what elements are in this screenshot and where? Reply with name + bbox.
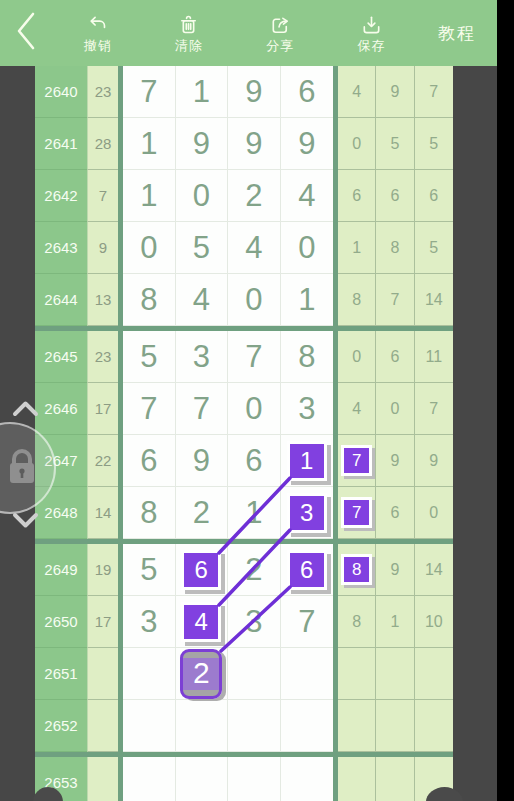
digit-cell-2644-d2[interactable]: 4 — [176, 274, 229, 326]
digit-cell-2646-d2[interactable]: 7 — [176, 383, 229, 435]
trend-table: 2640237196497264128199905526427102466626… — [35, 66, 453, 801]
digit-cell-2649-d2[interactable]: 6 — [176, 544, 229, 596]
digit-cell-2652-d4[interactable] — [281, 700, 334, 752]
digit-cell-2652-d3[interactable] — [228, 700, 281, 752]
table-row-2645: 26452353780611 — [35, 331, 453, 383]
issue-label-2640: 2640 — [35, 66, 87, 118]
digit-cell-2650-d1[interactable]: 3 — [123, 596, 176, 648]
extra-cell-2650-e2[interactable]: 1 — [376, 596, 414, 648]
table-row-2647: 2647226961799 — [35, 435, 453, 487]
extra-cell-2641-e3[interactable]: 5 — [415, 118, 453, 170]
extra-cell-2648-e2[interactable]: 6 — [376, 487, 414, 539]
sum-cell-2644[interactable]: 13 — [87, 274, 118, 326]
undo-label: 撤销 — [84, 39, 112, 53]
extra-cell-2645-e3[interactable]: 11 — [415, 331, 453, 383]
digit-cell-2643-d3[interactable]: 4 — [228, 222, 281, 274]
extra-cell-2641-e1[interactable]: 0 — [338, 118, 376, 170]
digit-cell-2648-d3[interactable]: 1 — [228, 487, 281, 539]
chevron-down-icon[interactable] — [12, 512, 39, 533]
extra-cell-2646-e1[interactable]: 4 — [338, 383, 376, 435]
digit-cell-2652-d1[interactable] — [123, 700, 176, 752]
sum-cell-2649[interactable]: 19 — [87, 544, 118, 596]
digit-cell-2649-d4[interactable]: 6 — [281, 544, 334, 596]
issue-label-2643: 2643 — [35, 222, 87, 274]
lottery-chart-app: 撤销 清除 分享 保存 教程 2640237196497264128199905… — [0, 0, 497, 801]
extra-cell-2640-e1[interactable]: 4 — [338, 66, 376, 118]
table-row-2642: 264271024666 — [35, 170, 453, 222]
issue-label-2646: 2646 — [35, 383, 87, 435]
table-row-2649: 26491956268914 — [35, 544, 453, 596]
clear-label: 清除 — [175, 39, 203, 53]
digit-cell-2650-d4[interactable]: 7 — [281, 596, 334, 648]
digit-cell-2650-d2[interactable]: 4 — [176, 596, 229, 648]
save-icon — [360, 14, 383, 37]
undo-button[interactable]: 撤销 — [52, 3, 143, 63]
toolbar: 撤销 清除 分享 保存 教程 — [0, 0, 497, 66]
extra-cell-2642-e1[interactable]: 6 — [338, 170, 376, 222]
sum-cell-2646[interactable]: 17 — [87, 383, 118, 435]
extra-cell-2649-e1[interactable]: 8 — [338, 544, 376, 596]
pen-mark[interactable]: 6 — [181, 550, 221, 590]
back-chevron-icon — [13, 11, 39, 55]
table-row-2652: 2652 — [35, 700, 453, 752]
table-row-2650: 26501734378110 — [35, 596, 453, 648]
digit-cell-2641-d3[interactable]: 9 — [228, 118, 281, 170]
digit-cell-2647-d4[interactable]: 1 — [281, 435, 334, 487]
digit-cell-2651-d3[interactable] — [228, 648, 281, 700]
extra-cell-2651-e2[interactable] — [376, 648, 414, 700]
pen-mark[interactable]: 3 — [287, 493, 327, 533]
extra-cell-2649-e2[interactable]: 9 — [376, 544, 414, 596]
extra-cell-2644-e1[interactable]: 8 — [338, 274, 376, 326]
digit-cell-2644-d1[interactable]: 8 — [123, 274, 176, 326]
sum-cell-2640[interactable]: 23 — [87, 66, 118, 118]
digit-cell-2643-d1[interactable]: 0 — [123, 222, 176, 274]
digit-cell-2645-d3[interactable]: 7 — [228, 331, 281, 383]
digit-cell-2642-d3[interactable]: 2 — [228, 170, 281, 222]
sum-cell-2643[interactable]: 9 — [87, 222, 118, 274]
share-icon — [269, 14, 292, 37]
digit-cell-2640-d4[interactable]: 6 — [281, 66, 334, 118]
extra-cell-2648-e1[interactable]: 7 — [338, 487, 376, 539]
digit-cell-2641-d4[interactable]: 9 — [281, 118, 334, 170]
extra-cell-2645-e1[interactable]: 0 — [338, 331, 376, 383]
extra-cell-2650-e1[interactable]: 8 — [338, 596, 376, 648]
digit-cell-2648-d4[interactable]: 3 — [281, 487, 334, 539]
lock-icon — [6, 448, 38, 486]
digit-cell-2642-d1[interactable]: 1 — [123, 170, 176, 222]
extra-cell-2641-e2[interactable]: 5 — [376, 118, 414, 170]
extra-cell-2651-e1[interactable] — [338, 648, 376, 700]
digit-cell-2643-d4[interactable]: 0 — [281, 222, 334, 274]
extra-cell-2653-e2[interactable] — [376, 757, 414, 801]
sum-cell-2645[interactable]: 23 — [87, 331, 118, 383]
issue-label-2650: 2650 — [35, 596, 87, 648]
pen-mark[interactable]: 7 — [341, 497, 372, 528]
extra-cell-2647-e2[interactable]: 9 — [376, 435, 414, 487]
digit-cell-2651-d4[interactable] — [281, 648, 334, 700]
extra-cell-2646-e3[interactable]: 7 — [415, 383, 453, 435]
table-row-2641: 2641281999055 — [35, 118, 453, 170]
share-button[interactable]: 分享 — [235, 3, 326, 63]
digit-cell-2653-d3[interactable] — [228, 757, 281, 801]
extra-cell-2650-e3[interactable]: 10 — [415, 596, 453, 648]
extra-cell-2647-e1[interactable]: 7 — [338, 435, 376, 487]
digit-cell-2647-d3[interactable]: 6 — [228, 435, 281, 487]
extra-cell-2652-e3[interactable] — [415, 700, 453, 752]
sum-cell-2648[interactable]: 14 — [87, 487, 118, 539]
tutorial-button[interactable]: 教程 — [417, 22, 497, 45]
digit-cell-2640-d1[interactable]: 7 — [123, 66, 176, 118]
extra-cell-2640-e3[interactable]: 7 — [415, 66, 453, 118]
extra-cell-2652-e2[interactable] — [376, 700, 414, 752]
undo-icon — [86, 14, 109, 37]
clear-button[interactable]: 清除 — [143, 3, 234, 63]
table-row-2648: 2648148213760 — [35, 487, 453, 539]
digit-cell-2644-d4[interactable]: 1 — [281, 274, 334, 326]
table-row-2644: 26441384018714 — [35, 274, 453, 326]
sum-cell-2651[interactable] — [87, 648, 118, 700]
digit-cell-2644-d3[interactable]: 0 — [228, 274, 281, 326]
digit-cell-2653-d1[interactable] — [123, 757, 176, 801]
extra-cell-2642-e3[interactable]: 6 — [415, 170, 453, 222]
digit-cell-2646-d3[interactable]: 0 — [228, 383, 281, 435]
digit-cell-2647-d1[interactable]: 6 — [123, 435, 176, 487]
digit-cell-2640-d2[interactable]: 1 — [176, 66, 229, 118]
digit-cell-2648-d2[interactable]: 2 — [176, 487, 229, 539]
table-row-2640: 2640237196497 — [35, 66, 453, 118]
digit-cell-2642-d4[interactable]: 4 — [281, 170, 334, 222]
sum-cell-2642[interactable]: 7 — [87, 170, 118, 222]
table-row-2653: 2653 — [35, 757, 453, 801]
active-pen-mark[interactable]: 2 — [180, 649, 222, 699]
digit-cell-2652-d2[interactable] — [176, 700, 229, 752]
issue-label-2642: 2642 — [35, 170, 87, 222]
issue-label-2649: 2649 — [35, 544, 87, 596]
sum-cell-2652[interactable] — [87, 700, 118, 752]
extra-cell-2644-e2[interactable]: 7 — [376, 274, 414, 326]
save-button[interactable]: 保存 — [326, 3, 417, 63]
digit-cell-2648-d1[interactable]: 8 — [123, 487, 176, 539]
pen-mark[interactable]: 8 — [341, 554, 372, 585]
save-label: 保存 — [357, 39, 385, 53]
digit-cell-2640-d3[interactable]: 9 — [228, 66, 281, 118]
extra-cell-2646-e2[interactable]: 0 — [376, 383, 414, 435]
issue-label-2645: 2645 — [35, 331, 87, 383]
digit-cell-2645-d1[interactable]: 5 — [123, 331, 176, 383]
table-row-2651: 26512 — [35, 648, 453, 700]
chevron-up-icon[interactable] — [12, 400, 39, 421]
sum-cell-2641[interactable]: 28 — [87, 118, 118, 170]
digit-cell-2649-d1[interactable]: 5 — [123, 544, 176, 596]
sum-cell-2647[interactable]: 22 — [87, 435, 118, 487]
digit-cell-2651-d2[interactable]: 2 — [176, 648, 229, 700]
digit-cell-2646-d1[interactable]: 7 — [123, 383, 176, 435]
issue-label-2652: 2652 — [35, 700, 87, 752]
digit-cell-2650-d3[interactable]: 3 — [228, 596, 281, 648]
extra-cell-2643-e3[interactable]: 5 — [415, 222, 453, 274]
extra-cell-2649-e3[interactable]: 14 — [415, 544, 453, 596]
digit-cell-2653-d2[interactable] — [176, 757, 229, 801]
extra-cell-2643-e1[interactable]: 1 — [338, 222, 376, 274]
digit-cell-2642-d2[interactable]: 0 — [176, 170, 229, 222]
digit-cell-2645-d4[interactable]: 8 — [281, 331, 334, 383]
back-button[interactable] — [0, 0, 52, 66]
issue-label-2651: 2651 — [35, 648, 87, 700]
extra-cell-2652-e1[interactable] — [338, 700, 376, 752]
share-label: 分享 — [266, 39, 294, 53]
extra-cell-2653-e1[interactable] — [338, 757, 376, 801]
digit-cell-2647-d2[interactable]: 9 — [176, 435, 229, 487]
trash-icon — [177, 14, 200, 37]
extra-cell-2647-e3[interactable]: 9 — [415, 435, 453, 487]
extra-cell-2651-e3[interactable] — [415, 648, 453, 700]
digit-cell-2646-d4[interactable]: 3 — [281, 383, 334, 435]
digit-cell-2641-d1[interactable]: 1 — [123, 118, 176, 170]
extra-cell-2640-e2[interactable]: 9 — [376, 66, 414, 118]
extra-cell-2648-e3[interactable]: 0 — [415, 487, 453, 539]
extra-cell-2643-e2[interactable]: 8 — [376, 222, 414, 274]
extra-cell-2645-e2[interactable]: 6 — [376, 331, 414, 383]
sum-cell-2653[interactable] — [87, 757, 118, 801]
digit-cell-2645-d2[interactable]: 3 — [176, 331, 229, 383]
pen-mark[interactable]: 4 — [181, 602, 221, 642]
pen-mark[interactable]: 6 — [287, 550, 327, 590]
extra-cell-2644-e3[interactable]: 14 — [415, 274, 453, 326]
pen-mark[interactable]: 7 — [341, 445, 372, 476]
digit-cell-2641-d2[interactable]: 9 — [176, 118, 229, 170]
table-row-2643: 264390540185 — [35, 222, 453, 274]
digit-cell-2643-d2[interactable]: 5 — [176, 222, 229, 274]
digit-cell-2649-d3[interactable]: 2 — [228, 544, 281, 596]
pen-mark[interactable]: 1 — [287, 441, 327, 481]
issue-label-2641: 2641 — [35, 118, 87, 170]
digit-cell-2651-d1[interactable] — [123, 648, 176, 700]
extra-cell-2642-e2[interactable]: 6 — [376, 170, 414, 222]
table-row-2646: 2646177703407 — [35, 383, 453, 435]
issue-label-2644: 2644 — [35, 274, 87, 326]
sum-cell-2650[interactable]: 17 — [87, 596, 118, 648]
digit-cell-2653-d4[interactable] — [281, 757, 334, 801]
